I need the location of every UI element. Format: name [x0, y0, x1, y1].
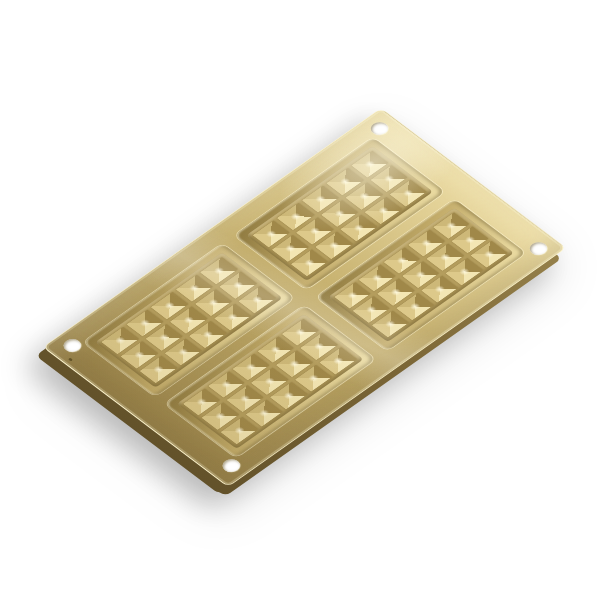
corner-hole — [526, 240, 550, 258]
mold-top-surface — [43, 108, 567, 487]
surface-speck — [68, 358, 73, 362]
waffle-mold — [0, 0, 597, 597]
corner-hole — [60, 337, 84, 355]
corner-hole — [219, 457, 243, 475]
corner-hole — [367, 120, 391, 138]
photo-stage — [0, 0, 597, 597]
cavity-grid — [83, 137, 526, 457]
waffle-mold-photo — [0, 0, 597, 597]
